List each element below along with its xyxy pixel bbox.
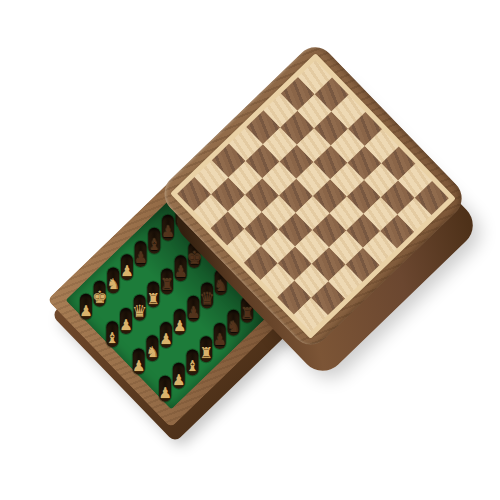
chess-piece-white-P[interactable]: ♟ — [158, 386, 171, 402]
slot-hole: ♜ — [200, 337, 212, 363]
chess-piece-black-B[interactable]: ♝ — [147, 238, 160, 254]
chess-piece-white-P[interactable]: ♟ — [132, 359, 145, 375]
slot-hole: ♟ — [187, 296, 199, 322]
chess-piece-white-P[interactable]: ♟ — [172, 373, 185, 389]
slot-hole: ♞ — [146, 336, 158, 362]
chess-piece-white-R[interactable]: ♜ — [199, 347, 212, 363]
slot-hole: ♚ — [93, 281, 105, 307]
chess-piece-black-N[interactable]: ♞ — [226, 320, 239, 336]
slot-hole: ♟ — [132, 349, 144, 375]
slot-hole: ♝ — [148, 228, 160, 254]
chess-piece-white-B[interactable]: ♝ — [185, 360, 198, 376]
slot-hole: ♟ — [213, 323, 225, 349]
slot-hole: ♟ — [121, 255, 133, 281]
slot-hole: ♞ — [227, 310, 239, 336]
chess-piece-white-K[interactable]: ♚ — [92, 289, 107, 307]
slot-hole: ♟ — [172, 363, 184, 389]
slot-hole: ♟ — [134, 241, 146, 267]
chess-piece-black-P[interactable]: ♟ — [161, 225, 174, 241]
chess-piece-black-N[interactable]: ♞ — [214, 280, 227, 296]
chess-piece-white-P[interactable]: ♟ — [120, 265, 133, 281]
slot-hole: ♝ — [106, 322, 118, 348]
slot-hole: ♟ — [173, 309, 185, 335]
chess-piece-black-P[interactable]: ♟ — [174, 266, 187, 282]
slot-hole: ♛ — [201, 283, 213, 309]
slot-hole: ♟ — [162, 215, 174, 241]
slot-hole: ♜ — [147, 282, 159, 308]
chess-piece-white-R[interactable]: ♜ — [146, 292, 159, 308]
chess-piece-black-P[interactable]: ♟ — [134, 251, 147, 267]
chess-piece-black-R[interactable]: ♜ — [160, 279, 173, 295]
chess-piece-black-Q[interactable]: ♛ — [199, 291, 214, 309]
slot-hole: ♟ — [174, 256, 186, 282]
chess-piece-white-P[interactable]: ♟ — [159, 332, 172, 348]
chess-piece-black-P[interactable]: ♟ — [213, 333, 226, 349]
slot-hole: ♟ — [120, 308, 132, 334]
chess-piece-white-Q[interactable]: ♛ — [132, 303, 147, 321]
slot-hole: ♟ — [160, 322, 172, 348]
slot-hole: ♟ — [80, 294, 92, 320]
chess-piece-black-R[interactable]: ♜ — [240, 307, 253, 323]
chess-piece-white-P[interactable]: ♟ — [119, 318, 132, 334]
slot-hole: ♝ — [186, 350, 198, 376]
slot-hole: ♛ — [133, 295, 145, 321]
chess-piece-white-N[interactable]: ♞ — [106, 278, 119, 294]
slot-hole: ♟ — [159, 376, 171, 402]
chess-piece-white-N[interactable]: ♞ — [145, 346, 158, 362]
chess-piece-white-B[interactable]: ♝ — [105, 332, 118, 348]
chess-piece-black-P[interactable]: ♟ — [186, 306, 199, 322]
slot-hole: ♜ — [161, 269, 173, 295]
product-photo: ♟♝♟♟♚♟♞♟♞♛♟♝♟♜♟♜♟♜♟♟♝♟♛♞♟♚♞♜♜♟♝♟ — [0, 0, 500, 500]
slot-hole: ♞ — [107, 268, 119, 294]
chess-piece-white-P[interactable]: ♟ — [173, 319, 186, 335]
chess-piece-white-P[interactable]: ♟ — [79, 304, 92, 320]
